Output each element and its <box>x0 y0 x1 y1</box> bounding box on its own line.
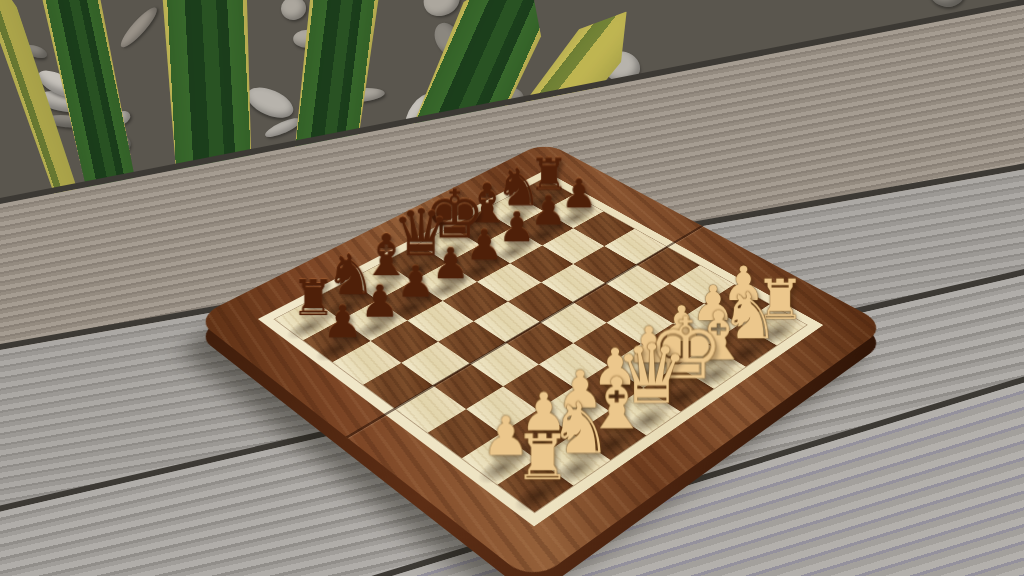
pebble <box>294 30 323 49</box>
pebble <box>331 86 386 105</box>
pebble <box>430 19 466 60</box>
square-c4[interactable] <box>470 342 539 386</box>
square-a4[interactable] <box>395 386 466 433</box>
pebble <box>419 0 465 22</box>
pebble <box>117 4 162 52</box>
pebble <box>279 0 308 21</box>
pebble <box>478 30 517 49</box>
pebble <box>927 0 968 9</box>
outdoor-scene: ♜♞♝♛♚♝♞♜♟♟♟♟♟♟♟♟♟♟♟♟♟♟♟♟♜♞♝♛♚♝♞♜ <box>0 0 1024 576</box>
pebble <box>476 0 523 5</box>
pebble <box>87 126 132 157</box>
pebble <box>22 43 48 61</box>
square-b5[interactable] <box>401 342 470 386</box>
pebble <box>263 115 303 141</box>
square-a5[interactable] <box>363 363 433 408</box>
square-c5[interactable] <box>438 321 506 363</box>
square-b4[interactable] <box>433 364 503 410</box>
pebble <box>109 108 133 129</box>
square-b6[interactable] <box>371 321 438 363</box>
piece-black-pawn-a7[interactable]: ♟ <box>305 299 378 344</box>
piece-white-rook-a1[interactable]: ♜ <box>501 427 583 490</box>
